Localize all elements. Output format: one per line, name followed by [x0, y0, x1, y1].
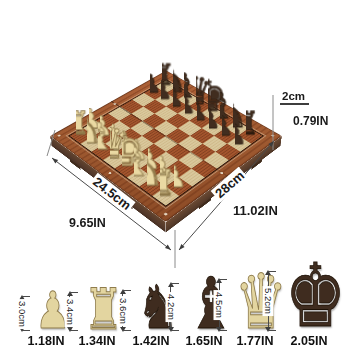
height-cm-label: 3.0cm — [16, 299, 27, 329]
magnet-dot — [163, 212, 168, 216]
height-cm-label: 4.5cm — [214, 290, 225, 320]
board-foot — [70, 159, 81, 170]
magnet-dot — [271, 134, 275, 137]
height-measure: 4.5cm — [214, 279, 225, 331]
height-cm-label: 3.4cm — [64, 297, 75, 327]
height-measure: 3.4cm — [65, 292, 76, 331]
king-figure: ♚ — [285, 262, 347, 331]
height-cm-label: 4.2cm — [165, 292, 176, 322]
board-thickness-in-label: 0.79IN — [293, 114, 328, 128]
piece-height-row: 3.0cm♟1.18IN3.4cm♜1.34IN3.6cm♞1.42IN4.2c… — [0, 255, 350, 350]
height-measure: 4.2cm — [166, 283, 177, 331]
product-diagram: ♜♞♝♛♚♝♞♜♟♟♟♟♟♟♟♟♟♟♟♟♟♟♟♟♜♞♝♛♚♝♞♜ — [0, 0, 350, 350]
piece-column-king: 5.2cm♚2.05IN — [279, 262, 339, 348]
height-measure: 3.0cm — [17, 296, 28, 331]
height-cm-label: 5.2cm — [263, 286, 274, 316]
board-thickness-cm-label: 2cm — [280, 90, 309, 105]
board-frame: ♜♞♝♛♚♝♞♜♟♟♟♟♟♟♟♟♟♟♟♟♟♟♟♟♜♞♝♛♚♝♞♜ — [50, 70, 282, 222]
height-cm-label: 3.6cm — [117, 296, 128, 326]
height-measure: 3.6cm — [118, 290, 129, 331]
board-foot — [199, 198, 211, 210]
square-h1: ♜ — [152, 187, 179, 206]
magnet-dot — [57, 134, 61, 137]
chess-board: ♜♞♝♛♚♝♞♜♟♟♟♟♟♟♟♟♟♟♟♟♟♟♟♟♜♞♝♛♚♝♞♜ — [50, 70, 282, 222]
board-depth-in-label: 11.02IN — [233, 203, 278, 218]
board-width-in-label: 9.65IN — [69, 216, 106, 230]
height-measure: 5.2cm — [263, 271, 274, 331]
board-foot — [252, 159, 263, 170]
